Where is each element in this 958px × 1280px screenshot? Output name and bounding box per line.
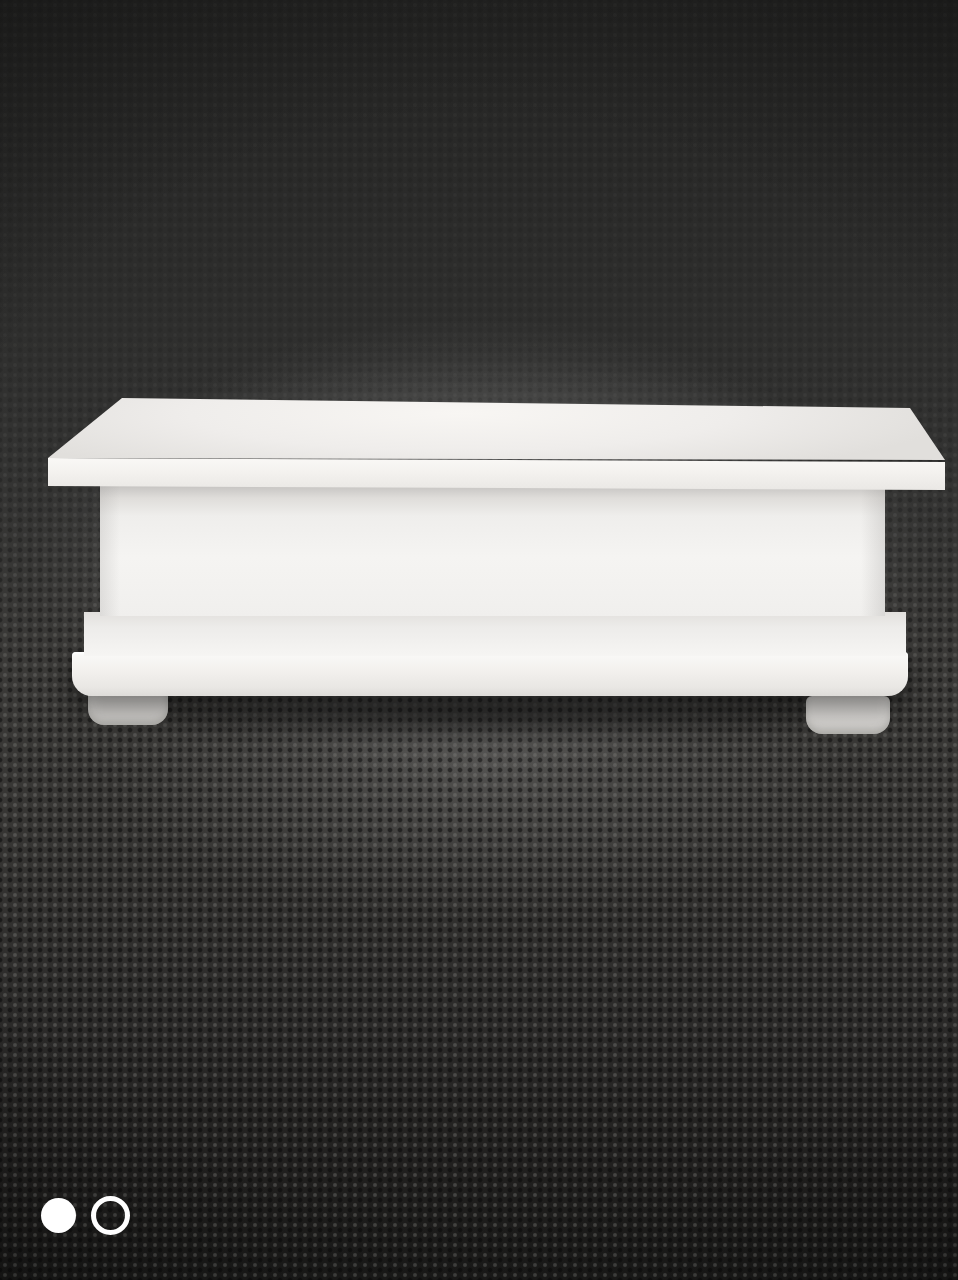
photo-canvas — [0, 0, 958, 1280]
ring-circle-icon — [91, 1196, 130, 1235]
rack-foot-right — [806, 696, 890, 734]
rack-body — [100, 486, 885, 616]
camera-watermark — [41, 1189, 158, 1235]
rack-base-plate — [72, 652, 908, 696]
rack-base-top-surface — [84, 612, 906, 656]
filled-circle-icon — [41, 1198, 76, 1233]
